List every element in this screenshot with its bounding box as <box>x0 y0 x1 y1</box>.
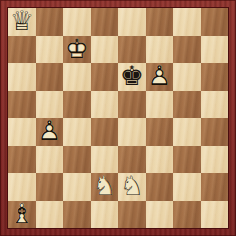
piece-white-king[interactable]: ♚♔ <box>63 36 91 64</box>
bishop-outline-glyph: ♗ <box>8 200 36 228</box>
square-b1[interactable] <box>36 201 64 229</box>
square-f2[interactable] <box>146 173 174 201</box>
square-g8[interactable] <box>173 8 201 36</box>
square-f1[interactable] <box>146 201 174 229</box>
square-a7[interactable] <box>8 36 36 64</box>
square-e7[interactable] <box>118 36 146 64</box>
square-e3[interactable] <box>118 146 146 174</box>
square-c7[interactable]: ♚♔ <box>63 36 91 64</box>
square-b6[interactable] <box>36 63 64 91</box>
square-f3[interactable] <box>146 146 174 174</box>
piece-white-pawn[interactable]: ♟♙ <box>146 63 174 91</box>
square-f8[interactable] <box>146 8 174 36</box>
piece-white-knight[interactable]: ♞♘ <box>91 173 119 201</box>
square-g5[interactable] <box>173 91 201 119</box>
piece-white-queen[interactable]: ♛♕ <box>8 8 36 36</box>
chess-board: ♛♕♚♔♚♟♙♟♙♞♘♞♘♝♗ <box>7 7 229 229</box>
square-d5[interactable] <box>91 91 119 119</box>
square-f5[interactable] <box>146 91 174 119</box>
square-h3[interactable] <box>201 146 229 174</box>
square-e2[interactable]: ♞♘ <box>118 173 146 201</box>
square-b2[interactable] <box>36 173 64 201</box>
knight-outline-glyph: ♘ <box>91 172 119 200</box>
square-f6[interactable]: ♟♙ <box>146 63 174 91</box>
square-d4[interactable] <box>91 118 119 146</box>
square-c8[interactable] <box>63 8 91 36</box>
board-frame: ♛♕♚♔♚♟♙♟♙♞♘♞♘♝♗ <box>0 0 236 236</box>
queen-outline-glyph: ♕ <box>8 7 36 35</box>
square-a5[interactable] <box>8 91 36 119</box>
square-a6[interactable] <box>8 63 36 91</box>
square-c6[interactable] <box>63 63 91 91</box>
square-c3[interactable] <box>63 146 91 174</box>
square-g1[interactable] <box>173 201 201 229</box>
square-h8[interactable] <box>201 8 229 36</box>
knight-outline-glyph: ♘ <box>118 172 146 200</box>
square-c4[interactable] <box>63 118 91 146</box>
square-a2[interactable] <box>8 173 36 201</box>
square-d1[interactable] <box>91 201 119 229</box>
square-g3[interactable] <box>173 146 201 174</box>
square-g7[interactable] <box>173 36 201 64</box>
square-h1[interactable] <box>201 201 229 229</box>
square-d3[interactable] <box>91 146 119 174</box>
square-b8[interactable] <box>36 8 64 36</box>
square-b4[interactable]: ♟♙ <box>36 118 64 146</box>
square-e5[interactable] <box>118 91 146 119</box>
square-e8[interactable] <box>118 8 146 36</box>
square-h7[interactable] <box>201 36 229 64</box>
square-g6[interactable] <box>173 63 201 91</box>
square-e1[interactable] <box>118 201 146 229</box>
square-b7[interactable] <box>36 36 64 64</box>
square-a4[interactable] <box>8 118 36 146</box>
king-fill-glyph: ♚ <box>118 62 146 90</box>
square-g4[interactable] <box>173 118 201 146</box>
square-e6[interactable]: ♚ <box>118 63 146 91</box>
square-b3[interactable] <box>36 146 64 174</box>
piece-white-bishop[interactable]: ♝♗ <box>8 201 36 229</box>
square-h4[interactable] <box>201 118 229 146</box>
square-a3[interactable] <box>8 146 36 174</box>
square-h6[interactable] <box>201 63 229 91</box>
square-d7[interactable] <box>91 36 119 64</box>
square-a8[interactable]: ♛♕ <box>8 8 36 36</box>
square-f7[interactable] <box>146 36 174 64</box>
piece-black-king[interactable]: ♚ <box>118 63 146 91</box>
square-h2[interactable] <box>201 173 229 201</box>
square-h5[interactable] <box>201 91 229 119</box>
pawn-outline-glyph: ♙ <box>36 117 64 145</box>
square-d8[interactable] <box>91 8 119 36</box>
square-g2[interactable] <box>173 173 201 201</box>
square-c1[interactable] <box>63 201 91 229</box>
pawn-outline-glyph: ♙ <box>146 62 174 90</box>
square-d6[interactable] <box>91 63 119 91</box>
square-a1[interactable]: ♝♗ <box>8 201 36 229</box>
square-c2[interactable] <box>63 173 91 201</box>
square-c5[interactable] <box>63 91 91 119</box>
piece-white-knight[interactable]: ♞♘ <box>118 173 146 201</box>
square-f4[interactable] <box>146 118 174 146</box>
square-e4[interactable] <box>118 118 146 146</box>
piece-white-pawn[interactable]: ♟♙ <box>36 118 64 146</box>
king-outline-glyph: ♔ <box>63 35 91 63</box>
square-d2[interactable]: ♞♘ <box>91 173 119 201</box>
square-b5[interactable] <box>36 91 64 119</box>
